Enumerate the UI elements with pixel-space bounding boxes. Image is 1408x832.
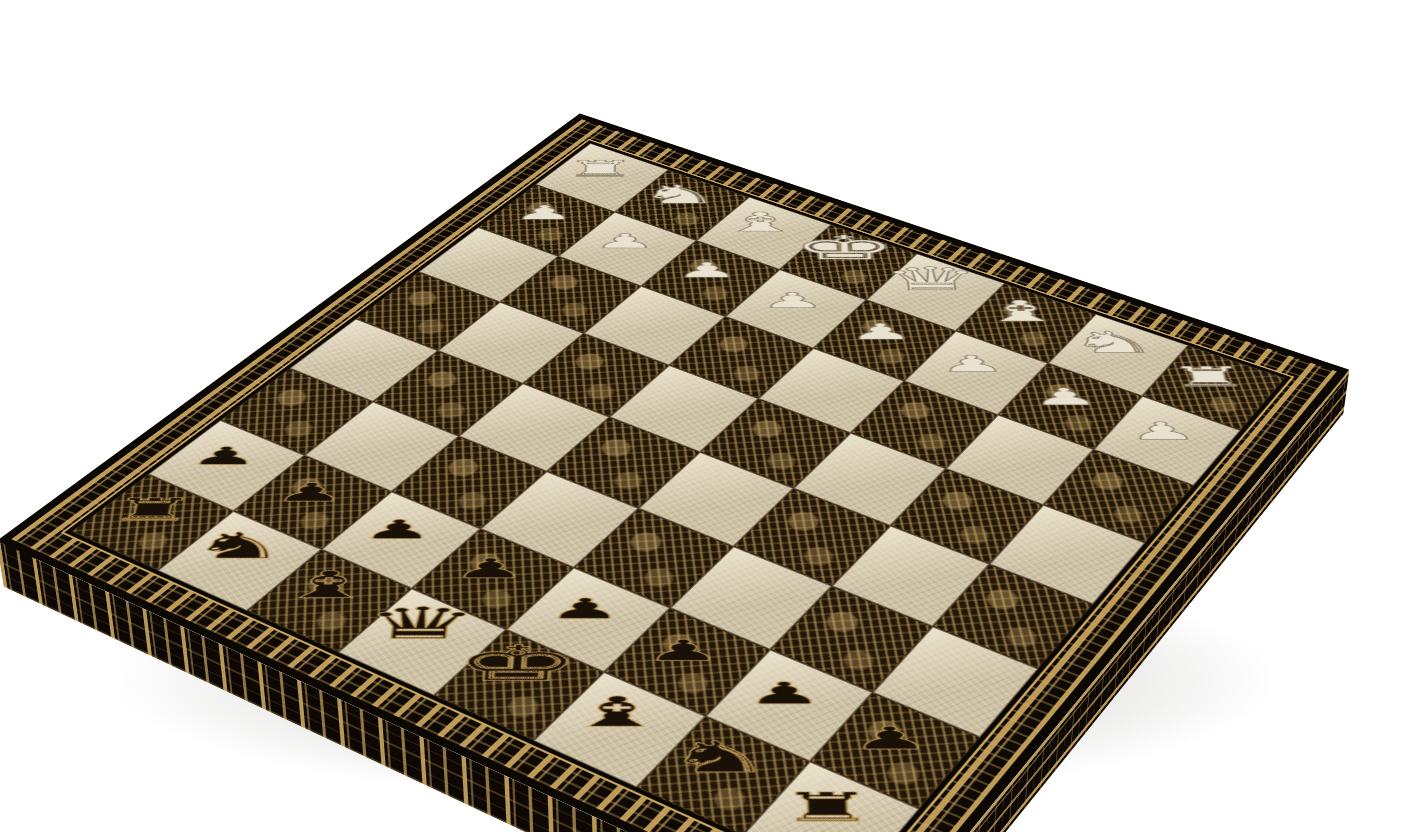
- square-b5: [832, 525, 990, 626]
- square-d8: ♚: [434, 630, 604, 741]
- square-a8: ♜: [743, 762, 919, 832]
- inner-frame: ♜♞♝♚♛♝♞♜♟♟♟♟♟♟♟♟♟♟♟♟♟♟♟♟♜♞♝♛♚♝♞♜: [61, 139, 1295, 832]
- square-e8: ♛: [338, 589, 506, 696]
- square-d6: [574, 508, 733, 607]
- square-c8: ♝: [533, 672, 705, 787]
- perspective-stage: ♜♞♝♚♛♝♞♜♟♟♟♟♟♟♟♟♟♟♟♟♟♟♟♟♜♞♝♛♚♝♞♜: [0, 0, 1408, 832]
- board-top-face: ♜♞♝♚♛♝♞♜♟♟♟♟♟♟♟♟♟♟♟♟♟♟♟♟♜♞♝♛♚♝♞♜: [0, 114, 1349, 832]
- square-b6: [770, 586, 933, 693]
- square-h8: ♜: [71, 474, 232, 570]
- chess-board: ♜♞♝♚♛♝♞♜♟♟♟♟♟♟♟♟♟♟♟♟♟♟♟♟♜♞♝♛♚♝♞♜: [0, 114, 1349, 832]
- square-b7: ♟: [705, 649, 873, 762]
- gold-engraved-frame: ♜♞♝♚♛♝♞♜♟♟♟♟♟♟♟♟♟♟♟♟♟♟♟♟♜♞♝♛♚♝♞♜: [11, 119, 1336, 832]
- square-c6: [670, 546, 831, 649]
- square-g8: ♞: [157, 511, 320, 611]
- square-g7: ♟: [233, 455, 392, 549]
- square-e7: ♟: [412, 528, 574, 629]
- square-a7: ♟: [810, 692, 981, 809]
- board-grid: ♜♞♝♚♛♝♞♜♟♟♟♟♟♟♟♟♟♟♟♟♟♟♟♟♜♞♝♛♚♝♞♜: [71, 143, 1285, 832]
- square-d5: [639, 452, 794, 546]
- square-a3: [1043, 449, 1194, 543]
- square-b8: ♞: [636, 716, 810, 832]
- square-d7: ♟: [506, 567, 670, 672]
- square-a4: [990, 505, 1145, 604]
- square-c7: ♟: [604, 607, 770, 716]
- square-f7: ♟: [321, 491, 481, 589]
- square-e6: [481, 471, 638, 567]
- square-b4: [890, 468, 1044, 564]
- square-a5: [933, 564, 1093, 669]
- square-f8: ♝: [246, 549, 411, 652]
- product-photo-scene: ♜♞♝♚♛♝♞♜♟♟♟♟♟♟♟♟♟♟♟♟♟♟♟♟♜♞♝♛♚♝♞♜: [0, 0, 1408, 832]
- square-a6: [873, 626, 1038, 737]
- square-c5: [733, 488, 889, 585]
